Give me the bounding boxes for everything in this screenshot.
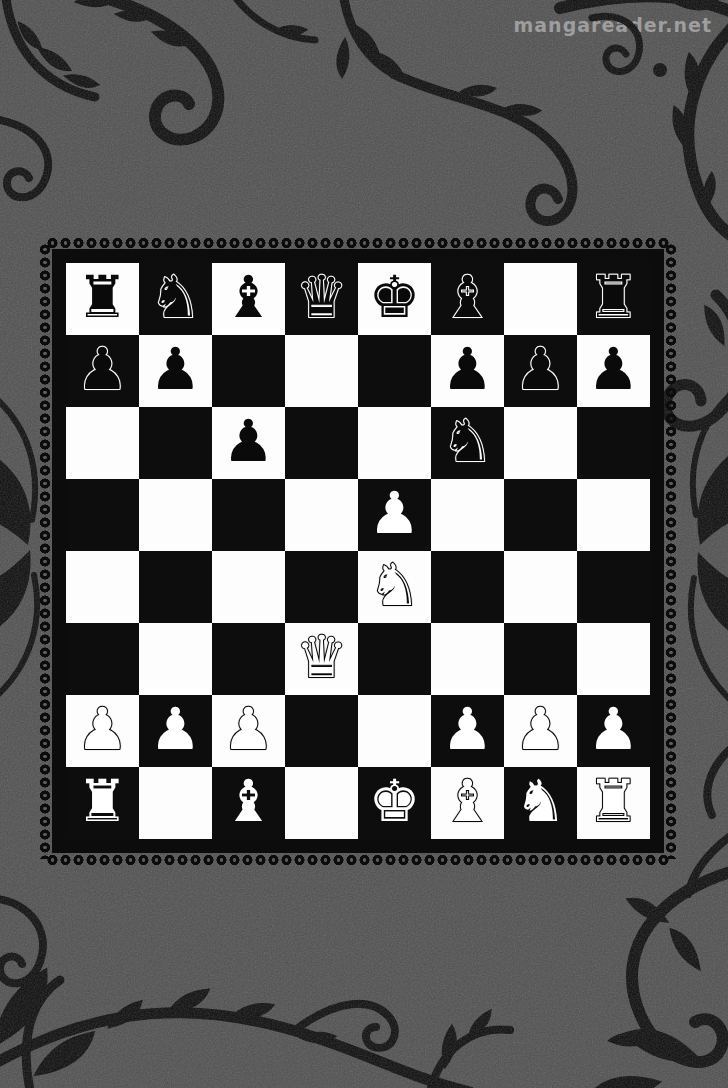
white-pawn: ♟ [369, 484, 421, 542]
black-bishop: ♝ [442, 268, 494, 326]
square-d5 [285, 479, 358, 551]
square-f4 [431, 551, 504, 623]
square-f5 [431, 479, 504, 551]
black-pawn: ♟ [223, 412, 275, 470]
square-h7: ♟ [577, 335, 650, 407]
square-a8: ♜ [66, 263, 139, 335]
board-grid: ♜♞♝♛♚♝♜♟♟♟♟♟♟♞♟♞♛♟♟♟♟♟♟♜♝♚♝♞♜ [66, 263, 650, 839]
square-h5 [577, 479, 650, 551]
square-g4 [504, 551, 577, 623]
square-f2: ♟ [431, 695, 504, 767]
lace-border-right [664, 243, 678, 859]
square-d1 [285, 767, 358, 839]
square-b8: ♞ [139, 263, 212, 335]
white-pawn: ♟ [588, 700, 640, 758]
black-pawn: ♟ [77, 340, 129, 398]
square-g7: ♟ [504, 335, 577, 407]
white-rook: ♜ [77, 772, 129, 830]
square-c5 [212, 479, 285, 551]
lace-border-left [38, 243, 52, 859]
square-h3 [577, 623, 650, 695]
black-pawn: ♟ [150, 340, 202, 398]
lace-border-bottom [46, 853, 670, 867]
square-a7: ♟ [66, 335, 139, 407]
square-h1: ♜ [577, 767, 650, 839]
white-queen: ♛ [296, 628, 348, 686]
square-h8: ♜ [577, 263, 650, 335]
square-c3 [212, 623, 285, 695]
square-d3: ♛ [285, 623, 358, 695]
square-b7: ♟ [139, 335, 212, 407]
square-a6 [66, 407, 139, 479]
square-a2: ♟ [66, 695, 139, 767]
white-pawn: ♟ [442, 700, 494, 758]
square-g2: ♟ [504, 695, 577, 767]
white-pawn: ♟ [150, 700, 202, 758]
white-pawn: ♟ [515, 700, 567, 758]
black-rook: ♜ [588, 268, 640, 326]
square-e3 [358, 623, 431, 695]
black-pawn: ♟ [442, 340, 494, 398]
square-e6 [358, 407, 431, 479]
square-f1: ♝ [431, 767, 504, 839]
white-knight: ♞ [515, 772, 567, 830]
square-a4 [66, 551, 139, 623]
square-d7 [285, 335, 358, 407]
square-c2: ♟ [212, 695, 285, 767]
square-g6 [504, 407, 577, 479]
square-c6: ♟ [212, 407, 285, 479]
square-e7 [358, 335, 431, 407]
white-rook: ♜ [588, 772, 640, 830]
manga-page: mangareader.net [0, 0, 728, 1088]
white-king: ♚ [369, 772, 421, 830]
square-h2: ♟ [577, 695, 650, 767]
board-frame: ♜♞♝♛♚♝♜♟♟♟♟♟♟♞♟♞♛♟♟♟♟♟♟♜♝♚♝♞♜ [52, 249, 664, 853]
square-c4 [212, 551, 285, 623]
square-d4 [285, 551, 358, 623]
black-rook: ♜ [77, 268, 129, 326]
square-h4 [577, 551, 650, 623]
square-g5 [504, 479, 577, 551]
square-c8: ♝ [212, 263, 285, 335]
white-knight: ♞ [369, 556, 421, 614]
square-e1: ♚ [358, 767, 431, 839]
square-b6 [139, 407, 212, 479]
square-b2: ♟ [139, 695, 212, 767]
lace-border-top [46, 236, 670, 250]
square-d8: ♛ [285, 263, 358, 335]
white-bishop: ♝ [442, 772, 494, 830]
square-a3 [66, 623, 139, 695]
black-queen: ♛ [296, 268, 348, 326]
square-e5: ♟ [358, 479, 431, 551]
square-f7: ♟ [431, 335, 504, 407]
white-pawn: ♟ [223, 700, 275, 758]
black-king: ♚ [369, 268, 421, 326]
square-g1: ♞ [504, 767, 577, 839]
square-b3 [139, 623, 212, 695]
black-bishop: ♝ [223, 268, 275, 326]
chessboard: ♜♞♝♛♚♝♜♟♟♟♟♟♟♞♟♞♛♟♟♟♟♟♟♜♝♚♝♞♜ [38, 235, 692, 883]
square-c1: ♝ [212, 767, 285, 839]
square-a1: ♜ [66, 767, 139, 839]
square-a5 [66, 479, 139, 551]
black-knight: ♞ [150, 268, 202, 326]
white-bishop: ♝ [223, 772, 275, 830]
square-c7 [212, 335, 285, 407]
square-f6: ♞ [431, 407, 504, 479]
square-e8: ♚ [358, 263, 431, 335]
black-pawn: ♟ [515, 340, 567, 398]
square-d6 [285, 407, 358, 479]
square-b4 [139, 551, 212, 623]
square-f3 [431, 623, 504, 695]
black-knight: ♞ [442, 412, 494, 470]
square-g3 [504, 623, 577, 695]
square-f8: ♝ [431, 263, 504, 335]
white-pawn: ♟ [77, 700, 129, 758]
square-g8 [504, 263, 577, 335]
square-e2 [358, 695, 431, 767]
square-h6 [577, 407, 650, 479]
square-d2 [285, 695, 358, 767]
square-e4: ♞ [358, 551, 431, 623]
square-b1 [139, 767, 212, 839]
black-pawn: ♟ [588, 340, 640, 398]
square-b5 [139, 479, 212, 551]
